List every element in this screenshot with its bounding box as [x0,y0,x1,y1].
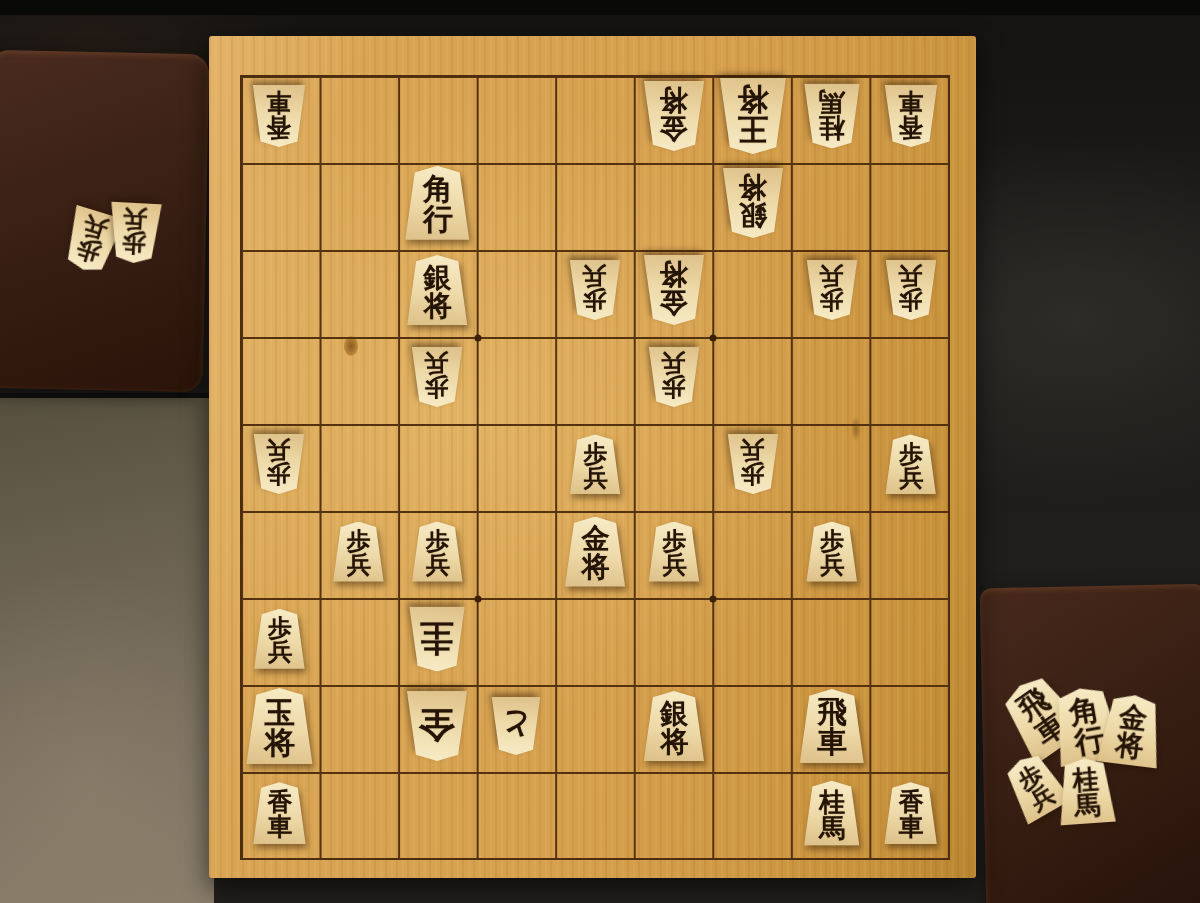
piece-kanji: 将 [660,260,687,288]
piece-kanji: 歩 [584,442,607,466]
piece-kanji: 兵 [426,352,449,376]
piece-kanji: 兵 [662,352,685,376]
piece-kanji: 兵 [124,207,148,232]
piece-kanji: 兵 [899,466,922,490]
piece-kanji: 車 [268,815,292,840]
board-piece-N[interactable]: 桂馬 [803,83,860,148]
board-piece-L[interactable]: 香車 [252,85,306,147]
star-point [710,335,717,342]
piece-kanji: 歩 [426,376,449,400]
piece-body: 飛車 [799,689,865,763]
board-piece-S[interactable]: 銀将 [722,168,784,238]
piece-body: 圭 [409,606,466,671]
piece-kanji: 馬 [1074,792,1101,820]
piece-body: 桂馬 [803,83,860,148]
board-piece-king-gote[interactable]: 王将 [719,78,787,154]
piece-kanji: 歩 [347,529,370,553]
board-piece-P[interactable]: 歩兵 [806,522,858,582]
board-piece-P[interactable]: 歩兵 [885,434,937,494]
board-piece-S[interactable]: 銀将 [643,691,705,761]
piece-kanji: 歩 [820,288,843,312]
piece-kanji: 金 [660,288,687,316]
piece-kanji: 兵 [899,264,922,288]
board-piece-P[interactable]: 歩兵 [806,260,858,320]
board-piece-G[interactable]: 金将 [564,517,626,587]
board-piece-L[interactable]: 香車 [884,782,938,844]
piece-kanji: 銀 [660,700,687,728]
carpet-floor [0,393,214,903]
piece-kanji: 歩 [268,463,291,487]
piece-body: 歩兵 [806,260,858,320]
board-piece-R[interactable]: 飛車 [799,689,865,763]
board-piece-P[interactable]: 歩兵 [727,434,779,494]
piece-body: 歩兵 [885,260,937,320]
piece-kanji: 金 [582,525,609,553]
piece-body: 金将 [564,517,626,587]
piece-body: 歩兵 [411,347,463,407]
board-piece-promoted-N[interactable]: 圭 [409,606,466,671]
piece-body: 歩兵 [569,260,621,320]
piece-kanji: 全 [420,706,455,742]
piece-kanji: 銀 [424,264,451,292]
piece-kanji: 香 [899,114,923,139]
piece-body: 香車 [884,782,938,844]
piece-kanji: 将 [739,173,766,201]
piece-body: 歩兵 [411,522,463,582]
board-piece-promoted-S[interactable]: 全 [406,691,468,761]
piece-body: 香車 [252,782,306,844]
board-piece-G[interactable]: 金将 [643,81,705,151]
piece-kanji: 歩 [584,288,607,312]
board-piece-king-sente[interactable]: 玉将 [245,688,313,764]
piece-kanji: 歩 [426,529,449,553]
board-piece-P[interactable]: 歩兵 [332,522,384,582]
piece-body: 歩兵 [885,434,937,494]
piece-body: 歩兵 [332,522,384,582]
piece-kanji: 金 [660,114,687,142]
piece-body: 桂馬 [1055,757,1116,826]
piece-body: 歩兵 [648,522,700,582]
piece-body: 銀将 [643,691,705,761]
piece-kanji: 飛 [817,698,846,728]
board-piece-P[interactable]: 歩兵 [411,522,463,582]
star-point [710,596,717,603]
piece-kanji: 将 [1114,730,1144,761]
star-point [474,596,481,603]
piece-kanji: 歩 [899,442,922,466]
piece-kanji: 香 [899,790,923,815]
piece-body: 歩兵 [806,522,858,582]
piece-kanji: 歩 [268,616,291,640]
board-piece-S[interactable]: 銀将 [406,255,468,325]
piece-kanji: 歩 [122,231,146,256]
piece-kanji: 将 [660,86,687,114]
piece-kanji: 行 [423,205,452,235]
piece-kanji: 香 [268,114,292,139]
piece-body: 桂馬 [803,781,860,846]
piece-kanji: 香 [268,790,292,815]
piece-kanji: 王 [738,114,767,144]
piece-kanji: 将 [660,728,687,756]
piece-kanji: 歩 [820,529,843,553]
piece-body: 歩兵 [253,434,305,494]
piece-body: 歩兵 [569,434,621,494]
gote-hand-piece-P[interactable]: 歩兵 [107,202,162,265]
board-piece-L[interactable]: 香車 [252,782,306,844]
board-piece-N[interactable]: 桂馬 [803,781,860,846]
piece-kanji: 角 [423,175,452,205]
board-piece-P[interactable]: 歩兵 [885,260,937,320]
piece-kanji: 車 [899,815,923,840]
piece-kanji: 兵 [662,553,685,577]
piece-body: 銀将 [406,255,468,325]
piece-kanji: 兵 [426,553,449,577]
piece-kanji: 兵 [584,264,607,288]
board-piece-P[interactable]: 歩兵 [253,609,305,669]
piece-kanji: 兵 [268,640,291,664]
star-point [474,335,481,342]
piece-kanji: と [501,709,531,739]
piece-body: 金将 [643,81,705,151]
piece-body: 全 [406,691,468,761]
board-piece-B[interactable]: 角行 [404,166,470,240]
board-piece-P[interactable]: 歩兵 [648,522,700,582]
board-piece-P[interactable]: 歩兵 [253,434,305,494]
board-piece-P[interactable]: 歩兵 [569,434,621,494]
piece-kanji: 将 [265,728,294,758]
piece-kanji: 圭 [421,620,454,654]
piece-kanji: 桂 [819,789,844,815]
piece-body: 玉将 [245,688,313,764]
piece-kanji: 歩 [899,288,922,312]
table-edge-shadow [0,0,1200,15]
piece-kanji: 兵 [820,553,843,577]
piece-kanji: 銀 [739,201,766,229]
piece-kanji: 歩 [741,463,764,487]
piece-kanji: 兵 [820,264,843,288]
piece-kanji: 車 [899,89,923,114]
piece-kanji: 将 [424,292,451,320]
piece-body: 銀将 [722,168,784,238]
piece-body: 歩兵 [253,609,305,669]
piece-kanji: 兵 [347,553,370,577]
piece-body: 王将 [719,78,787,154]
piece-body: と [491,697,541,755]
shogi-scene: 香車金将王将桂馬香車角行銀将銀将歩兵金将歩兵歩兵歩兵歩兵歩兵歩兵歩兵歩兵歩兵歩兵… [0,0,1200,903]
piece-body: 香車 [252,85,306,147]
piece-body: 金将 [643,255,705,325]
piece-body: 歩兵 [727,434,779,494]
piece-kanji: 馬 [819,815,844,841]
piece-body: 角行 [404,166,470,240]
piece-kanji: 兵 [81,213,110,243]
sente-hand-piece-N[interactable]: 桂馬 [1055,757,1116,826]
board-piece-G[interactable]: 金将 [643,255,705,325]
piece-body: 香車 [884,85,938,147]
piece-kanji: 馬 [819,88,844,114]
piece-kanji: 兵 [268,439,291,463]
piece-kanji: 将 [582,553,609,581]
piece-body: 歩兵 [107,202,162,265]
piece-kanji: 玉 [265,698,294,728]
piece-kanji: 桂 [819,114,844,140]
board-piece-P[interactable]: 歩兵 [648,347,700,407]
piece-kanji: 兵 [584,466,607,490]
board-piece-P[interactable]: 歩兵 [569,260,621,320]
piece-kanji: 兵 [741,439,764,463]
piece-kanji: 車 [817,728,846,758]
piece-kanji: 将 [738,83,767,113]
piece-kanji: 歩 [662,376,685,400]
board-piece-L[interactable]: 香車 [884,85,938,147]
piece-kanji: 歩 [662,529,685,553]
piece-kanji: 車 [268,89,292,114]
board-piece-P[interactable]: 歩兵 [411,347,463,407]
piece-body: 歩兵 [648,347,700,407]
board-piece-promoted-P[interactable]: と [491,697,541,755]
